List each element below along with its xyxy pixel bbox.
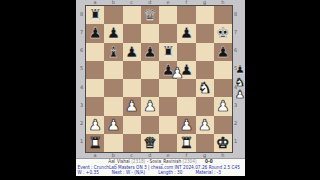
square-h7[interactable]: ♚: [214, 24, 232, 42]
rank-label-8: 8: [233, 5, 238, 23]
black-pawn-c6: ♟: [123, 43, 141, 61]
square-c1[interactable]: [123, 134, 141, 152]
square-e7[interactable]: [159, 24, 177, 42]
square-g7[interactable]: [196, 24, 214, 42]
square-d3[interactable]: ♟: [141, 97, 159, 115]
black-rook-a8: ♜: [86, 6, 104, 24]
rank-label-3: 3: [79, 96, 84, 114]
white-pawn-g2: ♟: [196, 116, 214, 134]
square-f6[interactable]: [177, 43, 195, 61]
square-d7[interactable]: [141, 24, 159, 42]
rank-label-2: 2: [79, 115, 84, 133]
rank-label-1: 1: [233, 133, 238, 151]
square-a6[interactable]: [86, 43, 104, 61]
square-b3[interactable]: [104, 97, 122, 115]
black-pawn-a7: ♟: [86, 24, 104, 42]
square-d6[interactable]: ♟: [141, 43, 159, 61]
square-d8[interactable]: ♛: [141, 6, 159, 24]
square-b2[interactable]: ♟: [104, 116, 122, 134]
square-c8[interactable]: [123, 6, 141, 24]
square-h4[interactable]: [214, 79, 232, 97]
square-b5[interactable]: [104, 61, 122, 79]
square-a4[interactable]: [86, 79, 104, 97]
square-a8[interactable]: ♜: [86, 6, 104, 24]
black-queen-d8: ♛: [141, 6, 159, 24]
length-text: Length : 30: [158, 170, 182, 175]
material-text: Material : -3: [195, 170, 221, 175]
square-h2[interactable]: [214, 116, 232, 134]
square-d1[interactable]: ♛: [141, 134, 159, 152]
vs-separator: -: [147, 159, 149, 164]
square-a3[interactable]: [86, 97, 104, 115]
square-g1[interactable]: [196, 134, 214, 152]
status-line: W : +0.35 Next : W - (N/A) Length : 30 M…: [76, 170, 245, 175]
rank-label-2: 2: [233, 115, 238, 133]
chess-board[interactable]: ♜♛♟♟♟♚♝♟♟♜♟♟♟♞♟♟♟♟♟♟♟♜♛♜♚: [85, 5, 233, 153]
rank-label-7: 7: [79, 23, 84, 41]
next-move-text: Next : W - (N/A): [112, 170, 145, 175]
black-bishop-b6: ♝: [104, 43, 122, 61]
square-f1[interactable]: ♜: [177, 134, 195, 152]
square-f7[interactable]: ♟: [177, 24, 195, 42]
rank-label-1: 1: [79, 133, 84, 151]
square-g4[interactable]: ♞: [196, 79, 214, 97]
square-b7[interactable]: ♟: [104, 24, 122, 42]
square-f2[interactable]: ♟: [177, 116, 195, 134]
square-c2[interactable]: [123, 116, 141, 134]
square-b1[interactable]: [104, 134, 122, 152]
white-pawn-h3: ♟: [214, 97, 232, 115]
square-e8[interactable]: [159, 6, 177, 24]
square-d2[interactable]: [141, 116, 159, 134]
white-pawn-a2: ♟: [86, 116, 104, 134]
square-d5[interactable]: [141, 61, 159, 79]
white-pawn-f2: ♟: [177, 116, 195, 134]
square-h1[interactable]: ♚: [214, 134, 232, 152]
white-king-h1: ♚: [214, 134, 232, 152]
square-d4[interactable]: [141, 79, 159, 97]
eval-text: W : +0.35: [78, 170, 99, 175]
square-c5[interactable]: [123, 61, 141, 79]
white-pawn-b2: ♟: [104, 116, 122, 134]
rank-label-8: 8: [79, 5, 84, 23]
square-g2[interactable]: ♟: [196, 116, 214, 134]
white-player-name: Aal_Vishal: [108, 159, 130, 164]
rank-label-7: 7: [233, 23, 238, 41]
black-king-h7: ♚: [214, 24, 232, 42]
black-player-name: Sovia_Ravinish: [150, 159, 182, 164]
letterbox-right: [245, 0, 320, 180]
square-a1[interactable]: ♜: [86, 134, 104, 152]
white-queen-d1: ♛: [141, 134, 159, 152]
square-h5[interactable]: [214, 61, 232, 79]
square-g6[interactable]: [196, 43, 214, 61]
rank-labels-left: 87654321: [79, 5, 84, 151]
letterbox-left: [0, 0, 76, 180]
square-b4[interactable]: [104, 79, 122, 97]
square-b6[interactable]: ♝: [104, 43, 122, 61]
black-rook-e6: ♜: [159, 43, 177, 61]
square-g3[interactable]: [196, 97, 214, 115]
square-g5[interactable]: [196, 61, 214, 79]
game-result: 0-0: [205, 159, 213, 164]
animating-white-pawn: ♟: [168, 64, 186, 82]
white-rook-a1: ♜: [86, 134, 104, 152]
square-e6[interactable]: ♜: [159, 43, 177, 61]
square-c4[interactable]: [123, 79, 141, 97]
square-h3[interactable]: ♟: [214, 97, 232, 115]
square-c6[interactable]: ♟: [123, 43, 141, 61]
square-e3[interactable]: [159, 97, 177, 115]
white-knight-g4: ♞: [196, 79, 214, 97]
rank-label-4: 4: [79, 78, 84, 96]
rank-label-6: 6: [233, 42, 238, 60]
square-f8[interactable]: [177, 6, 195, 24]
rank-label-6: 6: [79, 42, 84, 60]
square-f3[interactable]: [177, 97, 195, 115]
caption-panel: Aal_Vishal (2318) - Sovia_Ravinish (2304…: [76, 158, 245, 176]
square-a7[interactable]: ♟: [86, 24, 104, 42]
square-e1[interactable]: [159, 134, 177, 152]
white-pawn-c3: ♟: [123, 97, 141, 115]
square-h8[interactable]: [214, 6, 232, 24]
chess-app: abcdefgh 87654321 87654321 abcdefgh ♜♛♟♟…: [76, 0, 245, 176]
rank-label-5: 5: [79, 60, 84, 78]
black-pawn-b7: ♟: [104, 24, 122, 42]
square-h6[interactable]: ♟: [214, 43, 232, 61]
black-player-rating: (2304): [183, 159, 197, 164]
square-b8[interactable]: [104, 6, 122, 24]
black-pawn-f7: ♟: [177, 24, 195, 42]
white-pawn-d3: ♟: [141, 97, 159, 115]
black-pawn-d6: ♟: [141, 43, 159, 61]
black-pawn-h6: ♟: [214, 43, 232, 61]
square-a2[interactable]: ♟: [86, 116, 104, 134]
square-c3[interactable]: ♟: [123, 97, 141, 115]
square-a5[interactable]: [86, 61, 104, 79]
white-player-rating: (2318): [131, 159, 145, 164]
white-rook-f1: ♜: [177, 134, 195, 152]
square-g8[interactable]: [196, 6, 214, 24]
square-c7[interactable]: [123, 24, 141, 42]
white-pawn-moving: ♟: [168, 64, 186, 82]
square-e2[interactable]: [159, 116, 177, 134]
